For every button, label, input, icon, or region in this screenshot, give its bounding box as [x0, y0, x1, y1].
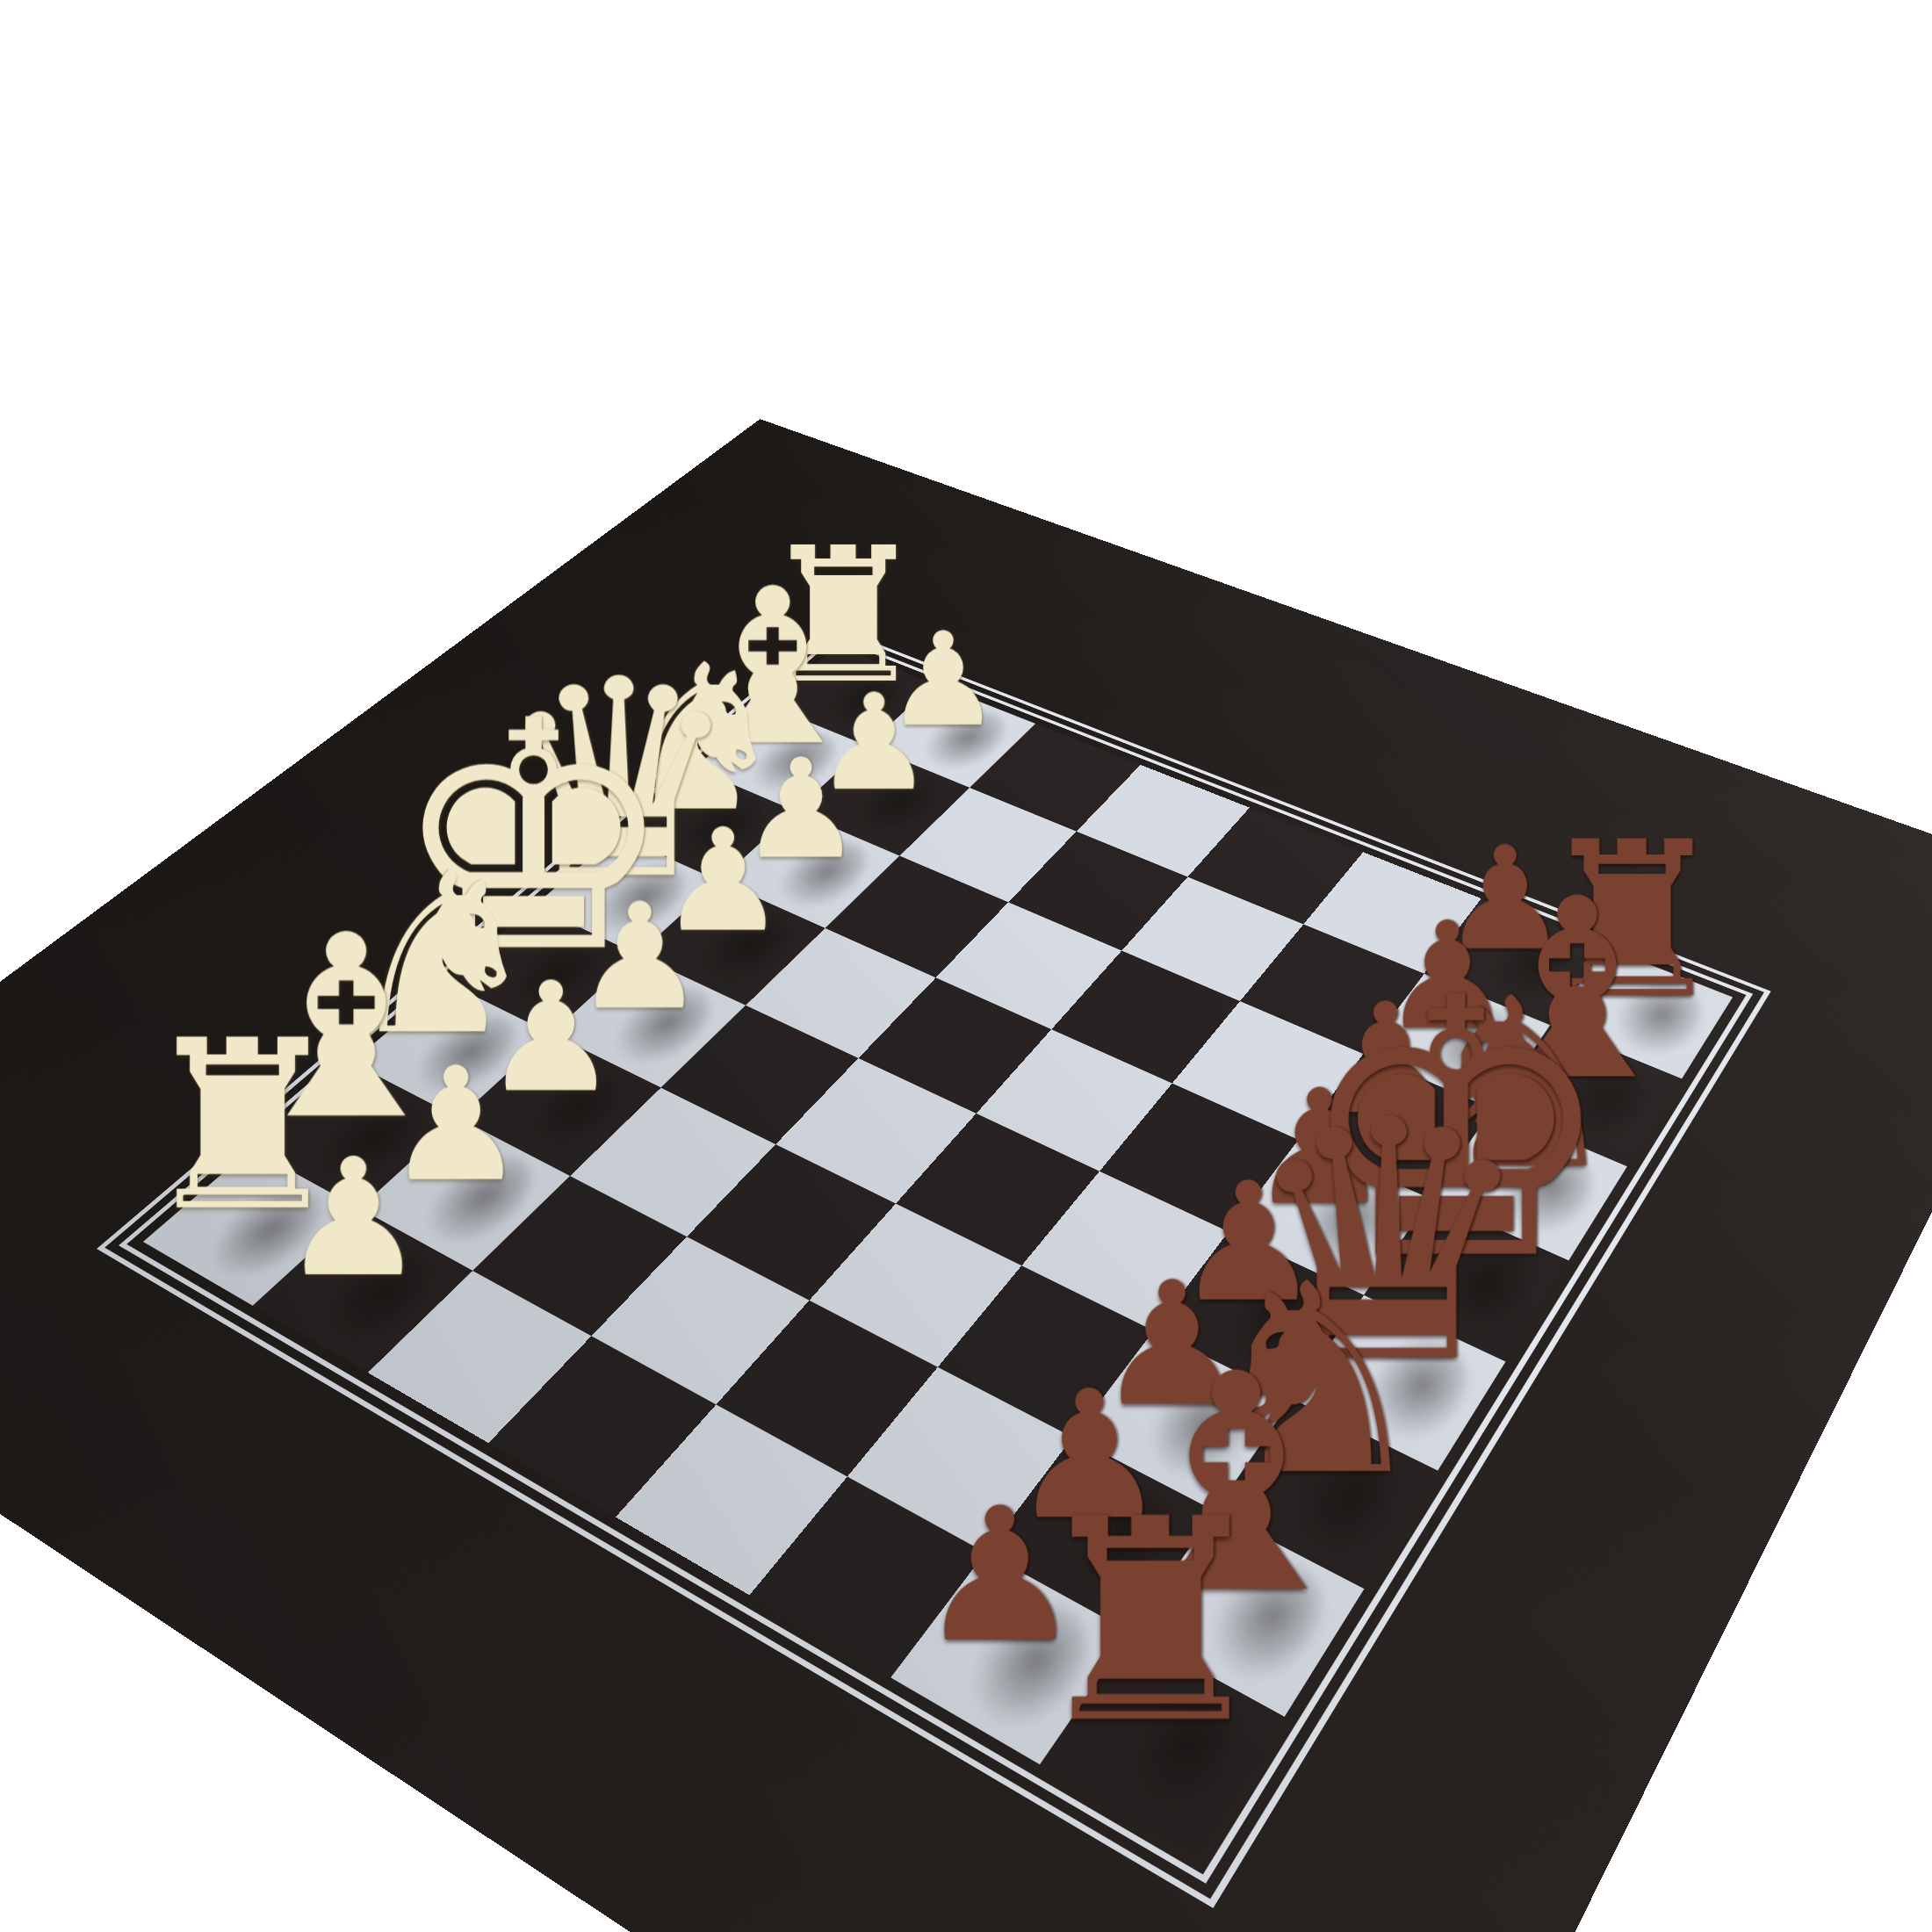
chess-mat: ♜♝♞♚♛♞♝♜♟♟♟♟♟♟♟♟♟♟♟♟♟♟♟♟♜♝♞♛♚♞♝♜: [0, 419, 1932, 1932]
white-pawn: ♟: [281, 1153, 427, 1283]
perspective-scene: ♜♝♞♚♛♞♝♜♟♟♟♟♟♟♟♟♟♟♟♟♟♟♟♟♜♝♞♛♚♞♝♜: [0, 0, 1932, 1932]
chess-board: ♜♝♞♚♛♞♝♜♟♟♟♟♟♟♟♟♟♟♟♟♟♟♟♟♜♝♞♛♚♞♝♜: [143, 645, 1733, 1856]
brown-rook: ♜: [1026, 1510, 1276, 1734]
photo-stage: ♜♝♞♚♛♞♝♜♟♟♟♟♟♟♟♟♟♟♟♟♟♟♟♟♜♝♞♛♚♞♝♜: [0, 0, 1932, 1932]
square-h8: ♜: [1040, 1633, 1285, 1856]
